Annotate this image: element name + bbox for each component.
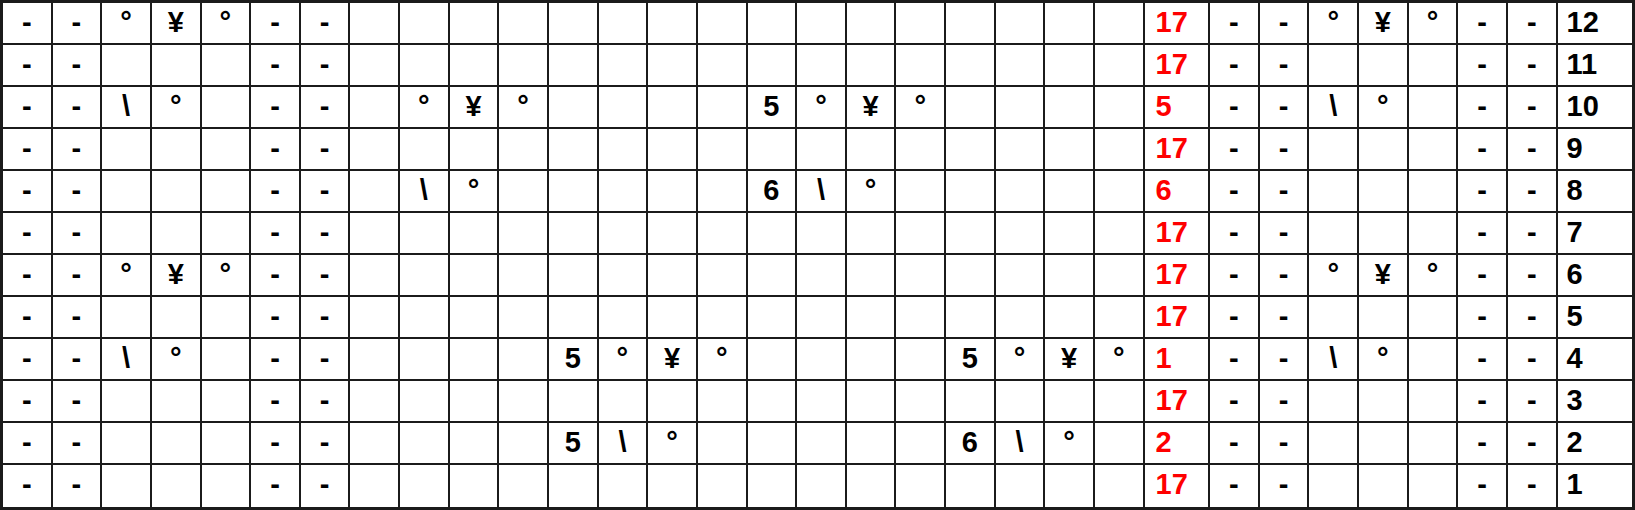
cell-r2-c16 (748, 423, 798, 465)
cell-r2-c23 (1095, 423, 1145, 465)
cell-r8-c21 (996, 171, 1046, 213)
cell-r1-c10 (450, 465, 500, 507)
cell-r2-c13: \ (599, 423, 649, 465)
row-number-5: 5 (1558, 297, 1632, 339)
cell-r10-c12 (549, 87, 599, 129)
cell-r10-c10: ¥ (450, 87, 500, 129)
cell-r2-c6: - (251, 423, 301, 465)
cell-r6-c29: ° (1409, 255, 1459, 297)
cell-r5-c29 (1409, 297, 1459, 339)
cell-r12-c12 (549, 3, 599, 45)
cell-r5-c5 (202, 297, 252, 339)
cell-r2-c7: - (301, 423, 351, 465)
cell-r2-c29 (1409, 423, 1459, 465)
cell-r8-c20 (946, 171, 996, 213)
cell-r11-c27 (1309, 45, 1359, 87)
cell-r8-c26: - (1260, 171, 1310, 213)
cell-r12-c5: ° (202, 3, 252, 45)
cell-r9-c6: - (251, 129, 301, 171)
cell-r12-c30: - (1458, 3, 1508, 45)
cell-r4-c22: ¥ (1045, 339, 1095, 381)
cell-r6-c17 (797, 255, 847, 297)
cell-r3-c13 (599, 381, 649, 423)
cell-r10-c28: ° (1359, 87, 1409, 129)
cell-r6-c3: ° (102, 255, 152, 297)
cell-r8-c17: \ (797, 171, 847, 213)
cell-r9-c28 (1359, 129, 1409, 171)
cell-r12-c17 (797, 3, 847, 45)
cell-r4-c26: - (1260, 339, 1310, 381)
cell-r12-c28: ¥ (1359, 3, 1409, 45)
knitting-chart-grid: --°¥°--17--°¥°--12----17----11--\°--°¥°5… (0, 0, 1635, 510)
cell-r11-c8 (350, 45, 400, 87)
cell-r3-c11 (499, 381, 549, 423)
cell-r2-c4 (152, 423, 202, 465)
cell-r11-c21 (996, 45, 1046, 87)
cell-r12-c8 (350, 3, 400, 45)
cell-r1-c3 (102, 465, 152, 507)
cell-r8-c5 (202, 171, 252, 213)
cell-r12-c9 (400, 3, 450, 45)
cell-r1-c1: - (3, 465, 53, 507)
cell-r2-c27 (1309, 423, 1359, 465)
cell-r11-c1: - (3, 45, 53, 87)
cell-r7-c2: - (53, 213, 103, 255)
cell-r12-c29: ° (1409, 3, 1459, 45)
cell-r10-c27: \ (1309, 87, 1359, 129)
cell-r12-c7: - (301, 3, 351, 45)
row-number-9: 9 (1558, 129, 1632, 171)
cell-r8-c16: 6 (748, 171, 798, 213)
cell-r5-c4 (152, 297, 202, 339)
cell-r2-c28 (1359, 423, 1409, 465)
cell-r11-c12 (549, 45, 599, 87)
cell-r2-c12: 5 (549, 423, 599, 465)
cell-r4-c28: ° (1359, 339, 1409, 381)
cell-r1-c17 (797, 465, 847, 507)
cell-r10-c20 (946, 87, 996, 129)
cell-r4-c6: - (251, 339, 301, 381)
cell-r3-c17 (797, 381, 847, 423)
cell-r9-c17 (797, 129, 847, 171)
cell-r2-c26: - (1260, 423, 1310, 465)
cell-r2-c21: \ (996, 423, 1046, 465)
cell-r7-c9 (400, 213, 450, 255)
cell-r10-c17: ° (797, 87, 847, 129)
cell-r5-c30: - (1458, 297, 1508, 339)
cell-r12-c26: - (1260, 3, 1310, 45)
cell-r9-c29 (1409, 129, 1459, 171)
cell-r11-c30: - (1458, 45, 1508, 87)
cell-r1-c16 (748, 465, 798, 507)
cell-r5-c19 (896, 297, 946, 339)
cell-r10-c15 (698, 87, 748, 129)
cell-r4-c27: \ (1309, 339, 1359, 381)
cell-r1-c8 (350, 465, 400, 507)
row-number-2: 2 (1558, 423, 1632, 465)
row-number-10: 10 (1558, 87, 1632, 129)
row-number-3: 3 (1558, 381, 1632, 423)
cell-r9-c14 (648, 129, 698, 171)
cell-r4-c18 (847, 339, 897, 381)
cell-r4-c30: - (1458, 339, 1508, 381)
cell-r7-c8 (350, 213, 400, 255)
cell-r7-c21 (996, 213, 1046, 255)
cell-r7-c12 (549, 213, 599, 255)
cell-r7-c3 (102, 213, 152, 255)
cell-r6-c23 (1095, 255, 1145, 297)
cell-r11-c6: - (251, 45, 301, 87)
cell-r5-c6: - (251, 297, 301, 339)
cell-r5-c23 (1095, 297, 1145, 339)
cell-r6-c1: - (3, 255, 53, 297)
cell-r7-c20 (946, 213, 996, 255)
cell-r1-c5 (202, 465, 252, 507)
cell-r3-c2: - (53, 381, 103, 423)
cell-r12-c15 (698, 3, 748, 45)
cell-r1-c22 (1045, 465, 1095, 507)
cell-r8-c30: - (1458, 171, 1508, 213)
cell-r11-c3 (102, 45, 152, 87)
cell-r8-c10: ° (450, 171, 500, 213)
cell-r6-c19 (896, 255, 946, 297)
cell-r1-c28 (1359, 465, 1409, 507)
cell-r10-c30: - (1458, 87, 1508, 129)
cell-r5-c10 (450, 297, 500, 339)
cell-r6-c14 (648, 255, 698, 297)
cell-r8-c11 (499, 171, 549, 213)
cell-r3-c29 (1409, 381, 1459, 423)
cell-r8-c13 (599, 171, 649, 213)
stitch-count-r1: 17 (1145, 465, 1211, 507)
cell-r6-c26: - (1260, 255, 1310, 297)
cell-r5-c15 (698, 297, 748, 339)
cell-r11-c14 (648, 45, 698, 87)
cell-r9-c7: - (301, 129, 351, 171)
cell-r1-c30: - (1458, 465, 1508, 507)
cell-r10-c25: - (1210, 87, 1260, 129)
cell-r4-c20: 5 (946, 339, 996, 381)
cell-r4-c29 (1409, 339, 1459, 381)
cell-r1-c13 (599, 465, 649, 507)
cell-r6-c4: ¥ (152, 255, 202, 297)
cell-r11-c16 (748, 45, 798, 87)
cell-r11-c19 (896, 45, 946, 87)
cell-r1-c6: - (251, 465, 301, 507)
cell-r7-c7: - (301, 213, 351, 255)
cell-r12-c10 (450, 3, 500, 45)
row-number-8: 8 (1558, 171, 1632, 213)
cell-r7-c28 (1359, 213, 1409, 255)
cell-r2-c20: 6 (946, 423, 996, 465)
cell-r4-c11 (499, 339, 549, 381)
cell-r7-c31: - (1508, 213, 1558, 255)
cell-r10-c4: ° (152, 87, 202, 129)
cell-r3-c5 (202, 381, 252, 423)
cell-r3-c25: - (1210, 381, 1260, 423)
cell-r7-c25: - (1210, 213, 1260, 255)
cell-r8-c8 (350, 171, 400, 213)
cell-r3-c3 (102, 381, 152, 423)
cell-r10-c16: 5 (748, 87, 798, 129)
cell-r4-c1: - (3, 339, 53, 381)
cell-r3-c26: - (1260, 381, 1310, 423)
stitch-count-r2: 2 (1145, 423, 1211, 465)
cell-r10-c6: - (251, 87, 301, 129)
cell-r11-c31: - (1508, 45, 1558, 87)
cell-r10-c26: - (1260, 87, 1310, 129)
cell-r3-c23 (1095, 381, 1145, 423)
cell-r10-c8 (350, 87, 400, 129)
cell-r9-c31: - (1508, 129, 1558, 171)
cell-r2-c30: - (1458, 423, 1508, 465)
cell-r2-c31: - (1508, 423, 1558, 465)
cell-r7-c1: - (3, 213, 53, 255)
cell-r2-c5 (202, 423, 252, 465)
cell-r8-c28 (1359, 171, 1409, 213)
cell-r5-c28 (1359, 297, 1409, 339)
cell-r4-c12: 5 (549, 339, 599, 381)
cell-r6-c22 (1045, 255, 1095, 297)
cell-r8-c14 (648, 171, 698, 213)
cell-r3-c16 (748, 381, 798, 423)
cell-r1-c23 (1095, 465, 1145, 507)
cell-r2-c10 (450, 423, 500, 465)
cell-r8-c12 (549, 171, 599, 213)
cell-r3-c12 (549, 381, 599, 423)
cell-r2-c9 (400, 423, 450, 465)
cell-r7-c10 (450, 213, 500, 255)
cell-r12-c3: ° (102, 3, 152, 45)
cell-r12-c16 (748, 3, 798, 45)
cell-r1-c4 (152, 465, 202, 507)
cell-r5-c26: - (1260, 297, 1310, 339)
cell-r4-c7: - (301, 339, 351, 381)
cell-r3-c10 (450, 381, 500, 423)
stitch-count-r8: 6 (1145, 171, 1211, 213)
cell-r6-c31: - (1508, 255, 1558, 297)
cell-r4-c21: ° (996, 339, 1046, 381)
cell-r4-c14: ¥ (648, 339, 698, 381)
cell-r5-c27 (1309, 297, 1359, 339)
cell-r6-c11 (499, 255, 549, 297)
cell-r11-c15 (698, 45, 748, 87)
cell-r8-c1: - (3, 171, 53, 213)
cell-r9-c10 (450, 129, 500, 171)
cell-r10-c23 (1095, 87, 1145, 129)
cell-r2-c8 (350, 423, 400, 465)
cell-r7-c15 (698, 213, 748, 255)
cell-r8-c29 (1409, 171, 1459, 213)
cell-r10-c5 (202, 87, 252, 129)
cell-r2-c17 (797, 423, 847, 465)
cell-r1-c11 (499, 465, 549, 507)
cell-r9-c12 (549, 129, 599, 171)
cell-r2-c19 (896, 423, 946, 465)
cell-r2-c14: ° (648, 423, 698, 465)
cell-r6-c7: - (301, 255, 351, 297)
cell-r7-c29 (1409, 213, 1459, 255)
row-number-6: 6 (1558, 255, 1632, 297)
cell-r9-c5 (202, 129, 252, 171)
cell-r9-c19 (896, 129, 946, 171)
cell-r11-c9 (400, 45, 450, 87)
cell-r6-c12 (549, 255, 599, 297)
cell-r8-c22 (1045, 171, 1095, 213)
cell-r11-c10 (450, 45, 500, 87)
cell-r7-c14 (648, 213, 698, 255)
cell-r6-c20 (946, 255, 996, 297)
cell-r5-c2: - (53, 297, 103, 339)
cell-r9-c13 (599, 129, 649, 171)
cell-r1-c26: - (1260, 465, 1310, 507)
cell-r1-c19 (896, 465, 946, 507)
cell-r1-c21 (996, 465, 1046, 507)
cell-r5-c17 (797, 297, 847, 339)
cell-r1-c31: - (1508, 465, 1558, 507)
cell-r7-c13 (599, 213, 649, 255)
cell-r3-c14 (648, 381, 698, 423)
cell-r7-c6: - (251, 213, 301, 255)
cell-r6-c2: - (53, 255, 103, 297)
cell-r3-c18 (847, 381, 897, 423)
cell-r1-c18 (847, 465, 897, 507)
cell-r3-c6: - (251, 381, 301, 423)
cell-r1-c7: - (301, 465, 351, 507)
cell-r12-c27: ° (1309, 3, 1359, 45)
cell-r3-c4 (152, 381, 202, 423)
cell-r12-c20 (946, 3, 996, 45)
cell-r7-c23 (1095, 213, 1145, 255)
cell-r10-c11: ° (499, 87, 549, 129)
cell-r8-c6: - (251, 171, 301, 213)
cell-r9-c18 (847, 129, 897, 171)
stitch-count-r6: 17 (1145, 255, 1211, 297)
row-number-11: 11 (1558, 45, 1632, 87)
cell-r8-c9: \ (400, 171, 450, 213)
cell-r10-c1: - (3, 87, 53, 129)
cell-r7-c18 (847, 213, 897, 255)
cell-r9-c3 (102, 129, 152, 171)
cell-r4-c16 (748, 339, 798, 381)
cell-r1-c2: - (53, 465, 103, 507)
stitch-count-r7: 17 (1145, 213, 1211, 255)
cell-r10-c22 (1045, 87, 1095, 129)
cell-r12-c21 (996, 3, 1046, 45)
cell-r4-c17 (797, 339, 847, 381)
cell-r5-c13 (599, 297, 649, 339)
cell-r5-c7: - (301, 297, 351, 339)
stitch-count-r3: 17 (1145, 381, 1211, 423)
cell-r6-c18 (847, 255, 897, 297)
cell-r9-c11 (499, 129, 549, 171)
cell-r10-c3: \ (102, 87, 152, 129)
cell-r2-c3 (102, 423, 152, 465)
cell-r5-c3 (102, 297, 152, 339)
cell-r12-c6: - (251, 3, 301, 45)
cell-r9-c16 (748, 129, 798, 171)
cell-r11-c11 (499, 45, 549, 87)
cell-r8-c2: - (53, 171, 103, 213)
row-number-12: 12 (1558, 3, 1632, 45)
cell-r1-c14 (648, 465, 698, 507)
cell-r8-c18: ° (847, 171, 897, 213)
cell-r10-c18: ¥ (847, 87, 897, 129)
cell-r3-c28 (1359, 381, 1409, 423)
cell-r12-c19 (896, 3, 946, 45)
cell-r4-c8 (350, 339, 400, 381)
cell-r9-c1: - (3, 129, 53, 171)
cell-r1-c15 (698, 465, 748, 507)
cell-r10-c13 (599, 87, 649, 129)
row-number-7: 7 (1558, 213, 1632, 255)
cell-r12-c14 (648, 3, 698, 45)
cell-r8-c25: - (1210, 171, 1260, 213)
cell-r5-c14 (648, 297, 698, 339)
cell-r1-c12 (549, 465, 599, 507)
cell-r11-c7: - (301, 45, 351, 87)
cell-r8-c23 (1095, 171, 1145, 213)
cell-r11-c17 (797, 45, 847, 87)
cell-r11-c5 (202, 45, 252, 87)
cell-r4-c13: ° (599, 339, 649, 381)
cell-r4-c3: \ (102, 339, 152, 381)
cell-r7-c30: - (1458, 213, 1508, 255)
cell-r8-c31: - (1508, 171, 1558, 213)
cell-r1-c27 (1309, 465, 1359, 507)
cell-r7-c11 (499, 213, 549, 255)
cell-r10-c7: - (301, 87, 351, 129)
cell-r7-c27 (1309, 213, 1359, 255)
cell-r11-c4 (152, 45, 202, 87)
cell-r6-c30: - (1458, 255, 1508, 297)
cell-r11-c13 (599, 45, 649, 87)
cell-r2-c15 (698, 423, 748, 465)
cell-r9-c8 (350, 129, 400, 171)
cell-r3-c31: - (1508, 381, 1558, 423)
cell-r4-c25: - (1210, 339, 1260, 381)
cell-r5-c11 (499, 297, 549, 339)
cell-r10-c9: ° (400, 87, 450, 129)
cell-r12-c22 (1045, 3, 1095, 45)
cell-r6-c15 (698, 255, 748, 297)
cell-r10-c31: - (1508, 87, 1558, 129)
stitch-count-r11: 17 (1145, 45, 1211, 87)
cell-r6-c5: ° (202, 255, 252, 297)
cell-r10-c2: - (53, 87, 103, 129)
cell-r9-c20 (946, 129, 996, 171)
cell-r6-c21 (996, 255, 1046, 297)
cell-r6-c6: - (251, 255, 301, 297)
cell-r3-c30: - (1458, 381, 1508, 423)
cell-r10-c14 (648, 87, 698, 129)
cell-r10-c21 (996, 87, 1046, 129)
cell-r9-c2: - (53, 129, 103, 171)
cell-r12-c31: - (1508, 3, 1558, 45)
cell-r12-c23 (1095, 3, 1145, 45)
cell-r4-c9 (400, 339, 450, 381)
cell-r9-c21 (996, 129, 1046, 171)
cell-r3-c9 (400, 381, 450, 423)
cell-r6-c16 (748, 255, 798, 297)
cell-r2-c22: ° (1045, 423, 1095, 465)
cell-r8-c7: - (301, 171, 351, 213)
cell-r2-c1: - (3, 423, 53, 465)
cell-r3-c19 (896, 381, 946, 423)
cell-r5-c21 (996, 297, 1046, 339)
cell-r9-c4 (152, 129, 202, 171)
cell-r7-c17 (797, 213, 847, 255)
